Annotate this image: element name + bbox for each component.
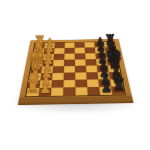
square[interactable]: [75, 87, 87, 95]
square[interactable]: ♜: [26, 88, 39, 96]
square[interactable]: [87, 87, 100, 95]
chess-grid: ♜♟♟♜♞♟♟♞♝♟♟♝♚♟♟♚♛♟♟♛♝♟♟♝♞♟♟♞♜♟♟♜: [25, 41, 126, 97]
board-perspective-wrapper: ♜♟♟♜♞♟♟♞♝♟♟♝♚♟♟♚♛♟♟♛♝♟♟♝♞♟♟♞♜♟♟♜: [18, 39, 134, 105]
square[interactable]: [51, 88, 64, 96]
black-rook-piece[interactable]: ♜: [111, 77, 126, 94]
white-pawn-piece[interactable]: ♟: [39, 82, 51, 96]
square[interactable]: ♜: [111, 87, 125, 95]
chess-photo-scene: ♜♟♟♜♞♟♟♞♝♟♟♝♚♟♟♚♛♟♟♛♝♟♟♝♞♟♟♞♜♟♟♜: [0, 0, 150, 150]
square[interactable]: [64, 66, 75, 73]
square[interactable]: [63, 87, 75, 95]
white-rook-piece[interactable]: ♜: [25, 79, 40, 96]
chess-board: ♜♟♟♜♞♟♟♞♝♟♟♝♚♟♟♚♛♟♟♛♝♟♟♝♞♟♟♞♜♟♟♜: [18, 39, 134, 105]
square[interactable]: ♟: [39, 88, 52, 96]
